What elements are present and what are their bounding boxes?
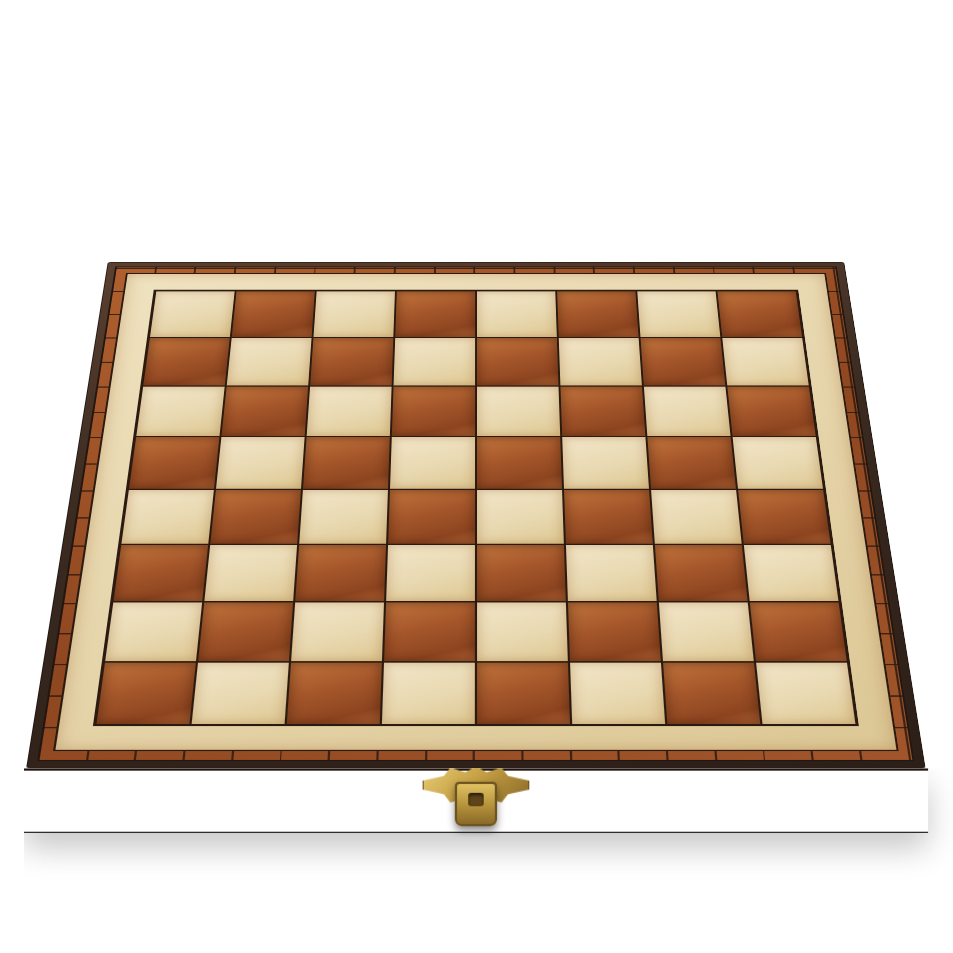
playing-area: [93, 290, 859, 726]
square-h7[interactable]: [722, 338, 808, 385]
piece-shadow: [645, 310, 716, 336]
square-g7[interactable]: [641, 338, 726, 385]
file-label-top-b: B: [234, 273, 316, 290]
square-g4[interactable]: [651, 490, 742, 544]
piece-shadow: [312, 407, 385, 436]
square-b5[interactable]: [216, 437, 305, 489]
square-f3[interactable]: [566, 545, 657, 601]
brass-clasp: [420, 760, 531, 838]
chess-set-photo: AABBCCDDEEFFGGHH8877665544332211: [0, 0, 953, 953]
clasp-hasp-icon: [455, 782, 497, 826]
piece-shadow: [231, 358, 303, 386]
square-d2[interactable]: [384, 602, 475, 661]
square-g1[interactable]: [663, 663, 760, 724]
square-b2[interactable]: [198, 602, 293, 661]
square-f4[interactable]: [564, 490, 653, 544]
square-e2[interactable]: [477, 602, 568, 661]
square-c5[interactable]: [303, 437, 390, 489]
square-h5[interactable]: [733, 437, 823, 489]
piece-anchor-a6: [133, 386, 224, 437]
square-b4[interactable]: [210, 490, 301, 544]
square-b6[interactable]: [221, 387, 308, 436]
square-a3[interactable]: [113, 545, 208, 601]
piece-anchor-a8: [147, 291, 234, 338]
file-label-top-a: A: [154, 273, 236, 290]
square-d4[interactable]: [388, 490, 475, 544]
square-b8[interactable]: [232, 291, 315, 337]
square-a2[interactable]: [105, 602, 202, 661]
square-c8[interactable]: [313, 291, 394, 337]
square-g2[interactable]: [659, 602, 754, 661]
square-h2[interactable]: [750, 602, 847, 661]
file-label-top-c: C: [315, 273, 396, 290]
square-h6[interactable]: [727, 387, 815, 436]
square-b3[interactable]: [204, 545, 297, 601]
square-e7[interactable]: [477, 338, 559, 385]
square-d6[interactable]: [392, 387, 475, 436]
square-f2[interactable]: [568, 602, 661, 661]
piece-shadow: [140, 407, 215, 436]
chess-board: AABBCCDDEEFFGGHH8877665544332211: [26, 262, 926, 768]
file-label-top-h: H: [716, 273, 798, 290]
square-e4[interactable]: [477, 490, 564, 544]
square-a1[interactable]: [96, 663, 195, 724]
piece-shadow: [483, 407, 555, 436]
square-b1[interactable]: [192, 663, 289, 724]
file-label-top-e: E: [476, 273, 557, 290]
file-label-top-g: G: [636, 273, 718, 290]
square-g6[interactable]: [644, 387, 731, 436]
square-f5[interactable]: [562, 437, 649, 489]
rank-label-left-8: 8: [116, 291, 154, 338]
square-d5[interactable]: [390, 437, 475, 489]
square-a5[interactable]: [129, 437, 219, 489]
piece-anchor-f7: [558, 337, 644, 386]
piece-shadow: [154, 310, 226, 336]
box-front-edge: [24, 768, 928, 832]
square-c7[interactable]: [310, 338, 393, 385]
square-a7[interactable]: [143, 338, 229, 385]
rank-label-left-7: 7: [109, 337, 147, 386]
piece-anchor-e6: [476, 386, 562, 437]
piece-anchor-g8: [637, 291, 722, 338]
square-c2[interactable]: [291, 602, 384, 661]
piece-anchor-c6: [305, 386, 392, 437]
square-e5[interactable]: [477, 437, 562, 489]
square-f8[interactable]: [557, 291, 638, 337]
square-d7[interactable]: [394, 338, 476, 385]
piece-shadow: [566, 358, 637, 386]
square-e1[interactable]: [477, 663, 570, 724]
square-d3[interactable]: [386, 545, 475, 601]
piece-anchor-b7: [224, 337, 311, 386]
square-d8[interactable]: [395, 291, 475, 337]
square-f6[interactable]: [560, 387, 645, 436]
square-e3[interactable]: [477, 545, 566, 601]
square-h8[interactable]: [717, 291, 802, 337]
square-c4[interactable]: [299, 490, 388, 544]
square-g5[interactable]: [647, 437, 736, 489]
piece-anchor-e8: [476, 291, 558, 338]
square-h1[interactable]: [756, 663, 855, 724]
square-a4[interactable]: [121, 490, 213, 544]
file-label-top-f: F: [556, 273, 637, 290]
piece-shadow: [483, 310, 552, 336]
square-d1[interactable]: [382, 663, 475, 724]
file-label-top-d: D: [395, 273, 476, 290]
square-c3[interactable]: [295, 545, 386, 601]
square-h4[interactable]: [738, 490, 830, 544]
square-g3[interactable]: [655, 545, 748, 601]
square-f1[interactable]: [570, 663, 665, 724]
square-h3[interactable]: [744, 545, 839, 601]
square-c1[interactable]: [287, 663, 382, 724]
